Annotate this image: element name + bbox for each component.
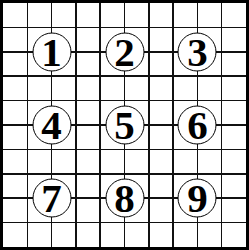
numbered-circle-2[interactable]: 2 [105, 32, 144, 71]
circle-number: 3 [187, 31, 208, 72]
numbered-circle-3[interactable]: 3 [178, 32, 217, 71]
grid-line-horizontal [3, 75, 246, 77]
circle-number: 5 [114, 105, 135, 146]
numbered-circle-5[interactable]: 5 [105, 106, 144, 145]
circle-number: 9 [187, 178, 208, 219]
numbered-circle-9[interactable]: 9 [178, 179, 217, 218]
grid-line-horizontal [3, 222, 246, 224]
circle-number: 6 [187, 105, 208, 146]
circle-number: 7 [41, 178, 62, 219]
puzzle-board: 123456789 [0, 0, 249, 250]
numbered-circle-1[interactable]: 1 [32, 32, 71, 71]
grid-line-horizontal [3, 149, 246, 151]
circle-number: 2 [114, 31, 135, 72]
numbered-circle-6[interactable]: 6 [178, 106, 217, 145]
numbered-circle-7[interactable]: 7 [32, 179, 71, 218]
circle-number: 8 [114, 178, 135, 219]
circle-number: 1 [41, 31, 62, 72]
numbered-circle-4[interactable]: 4 [32, 106, 71, 145]
circle-number: 4 [41, 105, 62, 146]
numbered-circle-8[interactable]: 8 [105, 179, 144, 218]
